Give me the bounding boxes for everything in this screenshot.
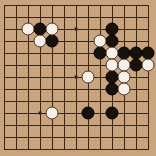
grid-line-vertical <box>100 5 101 150</box>
white-stone: ● <box>34 35 47 48</box>
white-stone: ● <box>118 83 131 96</box>
white-stone: ● <box>22 23 35 36</box>
grid-line-horizontal <box>4 137 149 138</box>
black-stone: ● <box>82 107 95 120</box>
black-stone: ● <box>46 35 59 48</box>
star-point <box>39 112 42 115</box>
white-stone: ● <box>82 71 95 84</box>
go-board[interactable]: ●●●●●●●●●●●●●●●●●●●●●●●●● <box>0 0 156 156</box>
white-stone: ● <box>46 23 59 36</box>
grid-line-vertical <box>136 5 137 150</box>
grid-line-horizontal <box>4 149 149 150</box>
grid-line-horizontal <box>4 125 149 126</box>
black-stone: ● <box>106 107 119 120</box>
grid-line-horizontal <box>4 113 149 114</box>
grid-line-vertical <box>148 5 149 150</box>
star-point <box>75 28 78 31</box>
white-stone: ● <box>46 107 59 120</box>
white-stone: ● <box>142 59 155 72</box>
grid-line-horizontal <box>4 101 149 102</box>
star-point <box>75 76 78 79</box>
white-stone: ● <box>94 35 107 48</box>
